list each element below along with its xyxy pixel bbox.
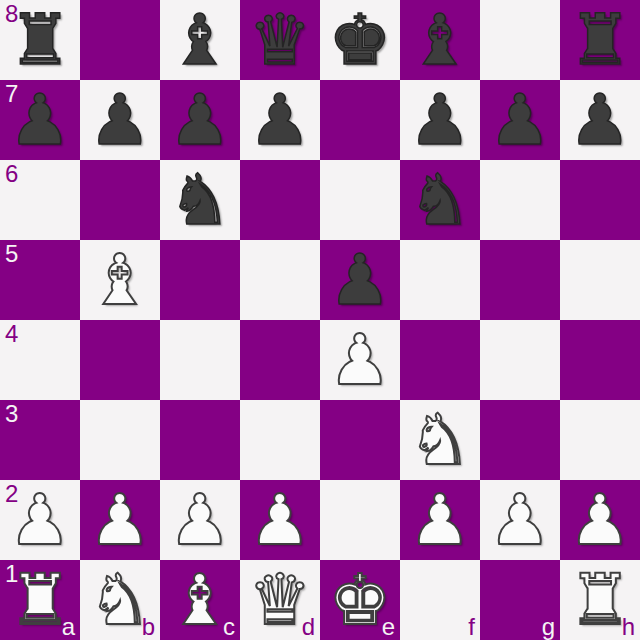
square-e2[interactable] <box>320 480 400 560</box>
square-h5[interactable] <box>560 240 640 320</box>
square-c3[interactable] <box>160 400 240 480</box>
rank-label-3: 3 <box>5 402 18 426</box>
square-e1[interactable]: e♚ <box>320 560 400 640</box>
square-g4[interactable] <box>480 320 560 400</box>
piece-white-pawn[interactable]: ♟ <box>320 320 400 400</box>
piece-black-rook[interactable]: ♜ <box>0 0 80 80</box>
piece-black-queen[interactable]: ♛ <box>240 0 320 80</box>
piece-black-knight[interactable]: ♞ <box>400 160 480 240</box>
piece-black-pawn[interactable]: ♟ <box>320 240 400 320</box>
square-f3[interactable]: ♞ <box>400 400 480 480</box>
square-b2[interactable]: ♟ <box>80 480 160 560</box>
piece-white-pawn[interactable]: ♟ <box>400 480 480 560</box>
square-c7[interactable]: ♟ <box>160 80 240 160</box>
square-f1[interactable]: f <box>400 560 480 640</box>
file-label-g: g <box>542 615 555 639</box>
square-h1[interactable]: h♜ <box>560 560 640 640</box>
square-a1[interactable]: 1a♜ <box>0 560 80 640</box>
square-b5[interactable]: ♝ <box>80 240 160 320</box>
piece-black-king[interactable]: ♚ <box>320 0 400 80</box>
square-f2[interactable]: ♟ <box>400 480 480 560</box>
square-b6[interactable] <box>80 160 160 240</box>
piece-white-bishop[interactable]: ♝ <box>160 560 240 640</box>
square-g1[interactable]: g <box>480 560 560 640</box>
piece-black-pawn[interactable]: ♟ <box>560 80 640 160</box>
square-c8[interactable]: ♝ <box>160 0 240 80</box>
piece-white-pawn[interactable]: ♟ <box>560 480 640 560</box>
piece-white-pawn[interactable]: ♟ <box>80 480 160 560</box>
square-a6[interactable]: 6 <box>0 160 80 240</box>
square-h8[interactable]: ♜ <box>560 0 640 80</box>
piece-white-knight[interactable]: ♞ <box>80 560 160 640</box>
square-g6[interactable] <box>480 160 560 240</box>
square-b7[interactable]: ♟ <box>80 80 160 160</box>
chess-board: 8♜♝♛♚♝♜7♟♟♟♟♟♟♟6♞♞5♝♟4♟3♞2♟♟♟♟♟♟♟1a♜b♞c♝… <box>0 0 640 640</box>
square-h7[interactable]: ♟ <box>560 80 640 160</box>
square-b1[interactable]: b♞ <box>80 560 160 640</box>
square-g5[interactable] <box>480 240 560 320</box>
piece-black-pawn[interactable]: ♟ <box>400 80 480 160</box>
square-d7[interactable]: ♟ <box>240 80 320 160</box>
square-e7[interactable] <box>320 80 400 160</box>
square-f6[interactable]: ♞ <box>400 160 480 240</box>
piece-black-pawn[interactable]: ♟ <box>0 80 80 160</box>
square-e5[interactable]: ♟ <box>320 240 400 320</box>
rank-label-4: 4 <box>5 322 18 346</box>
piece-black-pawn[interactable]: ♟ <box>240 80 320 160</box>
square-b4[interactable] <box>80 320 160 400</box>
square-h4[interactable] <box>560 320 640 400</box>
rank-label-5: 5 <box>5 242 18 266</box>
square-d1[interactable]: d♛ <box>240 560 320 640</box>
square-a7[interactable]: 7♟ <box>0 80 80 160</box>
piece-black-bishop[interactable]: ♝ <box>400 0 480 80</box>
piece-white-pawn[interactable]: ♟ <box>0 480 80 560</box>
square-g8[interactable] <box>480 0 560 80</box>
piece-black-knight[interactable]: ♞ <box>160 160 240 240</box>
piece-white-pawn[interactable]: ♟ <box>240 480 320 560</box>
square-b8[interactable] <box>80 0 160 80</box>
piece-white-rook[interactable]: ♜ <box>560 560 640 640</box>
square-e4[interactable]: ♟ <box>320 320 400 400</box>
square-a4[interactable]: 4 <box>0 320 80 400</box>
piece-black-pawn[interactable]: ♟ <box>80 80 160 160</box>
square-f8[interactable]: ♝ <box>400 0 480 80</box>
square-g7[interactable]: ♟ <box>480 80 560 160</box>
square-f5[interactable] <box>400 240 480 320</box>
square-e3[interactable] <box>320 400 400 480</box>
square-d2[interactable]: ♟ <box>240 480 320 560</box>
piece-white-king[interactable]: ♚ <box>320 560 400 640</box>
square-h6[interactable] <box>560 160 640 240</box>
square-h3[interactable] <box>560 400 640 480</box>
square-c4[interactable] <box>160 320 240 400</box>
square-b3[interactable] <box>80 400 160 480</box>
piece-white-bishop[interactable]: ♝ <box>80 240 160 320</box>
square-e8[interactable]: ♚ <box>320 0 400 80</box>
piece-black-pawn[interactable]: ♟ <box>160 80 240 160</box>
square-a3[interactable]: 3 <box>0 400 80 480</box>
square-f7[interactable]: ♟ <box>400 80 480 160</box>
piece-black-rook[interactable]: ♜ <box>560 0 640 80</box>
square-d3[interactable] <box>240 400 320 480</box>
square-c6[interactable]: ♞ <box>160 160 240 240</box>
square-d5[interactable] <box>240 240 320 320</box>
piece-white-knight[interactable]: ♞ <box>400 400 480 480</box>
piece-white-rook[interactable]: ♜ <box>0 560 80 640</box>
piece-black-bishop[interactable]: ♝ <box>160 0 240 80</box>
square-c2[interactable]: ♟ <box>160 480 240 560</box>
square-c5[interactable] <box>160 240 240 320</box>
square-a2[interactable]: 2♟ <box>0 480 80 560</box>
square-g3[interactable] <box>480 400 560 480</box>
piece-black-pawn[interactable]: ♟ <box>480 80 560 160</box>
rank-label-6: 6 <box>5 162 18 186</box>
square-d8[interactable]: ♛ <box>240 0 320 80</box>
square-g2[interactable]: ♟ <box>480 480 560 560</box>
square-a8[interactable]: 8♜ <box>0 0 80 80</box>
square-f4[interactable] <box>400 320 480 400</box>
piece-white-queen[interactable]: ♛ <box>240 560 320 640</box>
file-label-f: f <box>468 615 475 639</box>
square-d6[interactable] <box>240 160 320 240</box>
square-d4[interactable] <box>240 320 320 400</box>
square-h2[interactable]: ♟ <box>560 480 640 560</box>
square-e6[interactable] <box>320 160 400 240</box>
piece-white-pawn[interactable]: ♟ <box>480 480 560 560</box>
square-c1[interactable]: c♝ <box>160 560 240 640</box>
piece-white-pawn[interactable]: ♟ <box>160 480 240 560</box>
square-a5[interactable]: 5 <box>0 240 80 320</box>
